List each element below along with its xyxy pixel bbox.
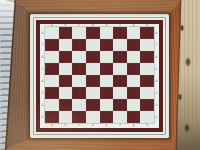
square-d2[interactable]: [86, 99, 100, 111]
square-b4[interactable]: [59, 75, 73, 87]
rank-label-3: 3: [154, 87, 159, 99]
rank-label-2: 2: [154, 99, 159, 111]
rank-label-7: 7: [154, 39, 159, 51]
square-h1[interactable]: [140, 111, 154, 123]
square-e4[interactable]: [100, 75, 114, 87]
rank-label-6: 6: [154, 51, 159, 63]
square-a1[interactable]: [45, 111, 59, 123]
rank-labels-right: 87654321: [154, 27, 159, 123]
square-d5[interactable]: [86, 63, 100, 75]
square-a8[interactable]: [45, 27, 59, 39]
file-label-g: g: [127, 124, 141, 128]
square-d6[interactable]: [86, 51, 100, 63]
rank-label-8: 8: [154, 27, 159, 39]
square-f7[interactable]: [113, 39, 127, 51]
file-label-a: a: [45, 124, 59, 128]
square-d1[interactable]: [86, 111, 100, 123]
file-label-h: h: [140, 124, 154, 128]
file-label-b: b: [59, 124, 73, 128]
square-d8[interactable]: [86, 27, 100, 39]
square-g1[interactable]: [127, 111, 141, 123]
rank-label-5: 5: [154, 63, 159, 75]
board-margin: abcdefgh abcdefgh 87654321 87654321: [30, 14, 169, 138]
board-border-band: abcdefgh abcdefgh 87654321 87654321: [36, 20, 163, 132]
square-b3[interactable]: [59, 87, 73, 99]
square-e6[interactable]: [100, 51, 114, 63]
square-c4[interactable]: [72, 75, 86, 87]
square-f4[interactable]: [113, 75, 127, 87]
square-h8[interactable]: [140, 27, 154, 39]
square-f5[interactable]: [113, 63, 127, 75]
square-a2[interactable]: [45, 99, 59, 111]
square-b7[interactable]: [59, 39, 73, 51]
square-b5[interactable]: [59, 63, 73, 75]
square-d4[interactable]: [86, 75, 100, 87]
square-a7[interactable]: [45, 39, 59, 51]
square-g6[interactable]: [127, 51, 141, 63]
square-a5[interactable]: [45, 63, 59, 75]
square-a6[interactable]: [45, 51, 59, 63]
square-g7[interactable]: [127, 39, 141, 51]
file-label-f: f: [113, 124, 127, 128]
square-f8[interactable]: [113, 27, 127, 39]
square-b2[interactable]: [59, 99, 73, 111]
coordinate-strip: abcdefgh abcdefgh 87654321 87654321: [40, 24, 159, 128]
square-e3[interactable]: [100, 87, 114, 99]
square-e8[interactable]: [100, 27, 114, 39]
square-e7[interactable]: [100, 39, 114, 51]
rank-label-1: 1: [154, 111, 159, 123]
square-c7[interactable]: [72, 39, 86, 51]
rank-label-4: 4: [154, 75, 159, 87]
square-f6[interactable]: [113, 51, 127, 63]
square-e1[interactable]: [100, 111, 114, 123]
chess-board: [45, 27, 154, 123]
square-h6[interactable]: [140, 51, 154, 63]
square-f1[interactable]: [113, 111, 127, 123]
square-b6[interactable]: [59, 51, 73, 63]
square-d3[interactable]: [86, 87, 100, 99]
square-h2[interactable]: [140, 99, 154, 111]
square-g3[interactable]: [127, 87, 141, 99]
square-c2[interactable]: [72, 99, 86, 111]
square-a3[interactable]: [45, 87, 59, 99]
square-g2[interactable]: [127, 99, 141, 111]
square-h7[interactable]: [140, 39, 154, 51]
square-f2[interactable]: [113, 99, 127, 111]
square-c5[interactable]: [72, 63, 86, 75]
file-label-c: c: [72, 124, 86, 128]
square-g8[interactable]: [127, 27, 141, 39]
photo-of-chess-board: abcdefgh abcdefgh 87654321 87654321: [0, 0, 200, 150]
square-e2[interactable]: [100, 99, 114, 111]
square-c3[interactable]: [72, 87, 86, 99]
square-e5[interactable]: [100, 63, 114, 75]
square-d7[interactable]: [86, 39, 100, 51]
square-h5[interactable]: [140, 63, 154, 75]
file-label-d: d: [86, 124, 100, 128]
square-a4[interactable]: [45, 75, 59, 87]
square-h3[interactable]: [140, 87, 154, 99]
square-c6[interactable]: [72, 51, 86, 63]
square-b1[interactable]: [59, 111, 73, 123]
square-c1[interactable]: [72, 111, 86, 123]
square-c8[interactable]: [72, 27, 86, 39]
square-h4[interactable]: [140, 75, 154, 87]
file-label-e: e: [100, 124, 114, 128]
square-g4[interactable]: [127, 75, 141, 87]
square-g5[interactable]: [127, 63, 141, 75]
square-f3[interactable]: [113, 87, 127, 99]
file-labels-bottom: abcdefgh: [45, 124, 154, 128]
square-b8[interactable]: [59, 27, 73, 39]
